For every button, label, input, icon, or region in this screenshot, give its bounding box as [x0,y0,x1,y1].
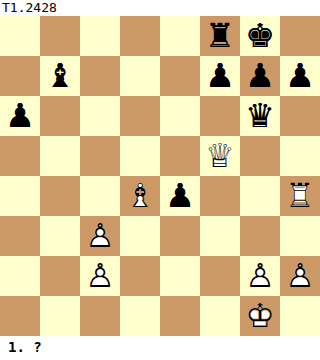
black-king-outline-glyph: ♔ [240,16,280,56]
square-a7[interactable] [0,56,40,96]
white-pawn-outline-glyph: ♙ [280,256,320,296]
square-d7[interactable] [120,56,160,96]
square-a4[interactable] [0,176,40,216]
black-queen-piece: ♛♕ [240,96,280,136]
square-g6[interactable]: ♛♕ [240,96,280,136]
white-pawn-outline-glyph: ♙ [240,256,280,296]
white-pawn-outline-glyph: ♙ [80,256,120,296]
square-h6[interactable] [280,96,320,136]
square-e6[interactable] [160,96,200,136]
white-queen-piece: ♛♕ [200,136,240,176]
square-b5[interactable] [40,136,80,176]
white-pawn-outline-glyph: ♙ [80,216,120,256]
square-c8[interactable] [80,16,120,56]
square-b4[interactable] [40,176,80,216]
square-a1[interactable] [0,296,40,336]
square-b8[interactable] [40,16,80,56]
black-pawn-piece: ♟♙ [0,96,40,136]
puzzle-title: T1.2428 [2,0,57,16]
black-pawn-piece: ♟♙ [280,56,320,96]
square-f5[interactable]: ♛♕ [200,136,240,176]
square-g2[interactable]: ♟♙ [240,256,280,296]
black-pawn-outline-glyph: ♙ [0,96,40,136]
square-d1[interactable] [120,296,160,336]
square-c4[interactable] [80,176,120,216]
black-pawn-outline-glyph: ♙ [280,56,320,96]
square-c5[interactable] [80,136,120,176]
square-h4[interactable]: ♜♖ [280,176,320,216]
square-e8[interactable] [160,16,200,56]
white-bishop-outline-glyph: ♗ [120,176,160,216]
square-g3[interactable] [240,216,280,256]
black-rook-piece: ♜♖ [200,16,240,56]
square-g4[interactable] [240,176,280,216]
square-e7[interactable] [160,56,200,96]
chess-puzzle-window: T1.2428 ♜♖♚♔♝♗♟♙♟♙♟♙♟♙♛♕♛♕♝♗♟♙♜♖♟♙♟♙♟♙♟♙… [0,0,320,360]
square-d8[interactable] [120,16,160,56]
black-bishop-piece: ♝♗ [40,56,80,96]
square-a5[interactable] [0,136,40,176]
square-b6[interactable] [40,96,80,136]
square-f7[interactable]: ♟♙ [200,56,240,96]
square-h7[interactable]: ♟♙ [280,56,320,96]
white-rook-outline-glyph: ♖ [280,176,320,216]
square-c6[interactable] [80,96,120,136]
square-h1[interactable] [280,296,320,336]
square-f3[interactable] [200,216,240,256]
square-h5[interactable] [280,136,320,176]
square-d3[interactable] [120,216,160,256]
black-king-piece: ♚♔ [240,16,280,56]
square-f2[interactable] [200,256,240,296]
square-e1[interactable] [160,296,200,336]
square-e4[interactable]: ♟♙ [160,176,200,216]
square-a6[interactable]: ♟♙ [0,96,40,136]
square-h8[interactable] [280,16,320,56]
square-d5[interactable] [120,136,160,176]
black-pawn-outline-glyph: ♙ [200,56,240,96]
black-pawn-outline-glyph: ♙ [160,176,200,216]
square-f1[interactable] [200,296,240,336]
square-g1[interactable]: ♚♔ [240,296,280,336]
square-d6[interactable] [120,96,160,136]
square-f6[interactable] [200,96,240,136]
move-prompt: 1. ? [8,336,42,360]
black-queen-outline-glyph: ♕ [240,96,280,136]
square-f8[interactable]: ♜♖ [200,16,240,56]
square-g7[interactable]: ♟♙ [240,56,280,96]
white-pawn-piece: ♟♙ [240,256,280,296]
square-h3[interactable] [280,216,320,256]
square-b1[interactable] [40,296,80,336]
square-h2[interactable]: ♟♙ [280,256,320,296]
square-b2[interactable] [40,256,80,296]
white-bishop-piece: ♝♗ [120,176,160,216]
square-e3[interactable] [160,216,200,256]
square-g5[interactable] [240,136,280,176]
black-pawn-piece: ♟♙ [160,176,200,216]
square-d2[interactable] [120,256,160,296]
white-rook-piece: ♜♖ [280,176,320,216]
white-king-outline-glyph: ♔ [240,296,280,336]
chess-board: ♜♖♚♔♝♗♟♙♟♙♟♙♟♙♛♕♛♕♝♗♟♙♜♖♟♙♟♙♟♙♟♙♚♔ [0,16,320,336]
square-c3[interactable]: ♟♙ [80,216,120,256]
square-c2[interactable]: ♟♙ [80,256,120,296]
black-bishop-outline-glyph: ♗ [40,56,80,96]
square-f4[interactable] [200,176,240,216]
black-rook-outline-glyph: ♖ [200,16,240,56]
black-pawn-outline-glyph: ♙ [240,56,280,96]
white-pawn-piece: ♟♙ [280,256,320,296]
square-a3[interactable] [0,216,40,256]
white-queen-outline-glyph: ♕ [200,136,240,176]
square-b3[interactable] [40,216,80,256]
square-e2[interactable] [160,256,200,296]
white-king-piece: ♚♔ [240,296,280,336]
square-c7[interactable] [80,56,120,96]
square-e5[interactable] [160,136,200,176]
white-pawn-piece: ♟♙ [80,216,120,256]
square-a2[interactable] [0,256,40,296]
square-a8[interactable] [0,16,40,56]
black-pawn-piece: ♟♙ [240,56,280,96]
square-c1[interactable] [80,296,120,336]
square-b7[interactable]: ♝♗ [40,56,80,96]
black-pawn-piece: ♟♙ [200,56,240,96]
square-d4[interactable]: ♝♗ [120,176,160,216]
white-pawn-piece: ♟♙ [80,256,120,296]
square-g8[interactable]: ♚♔ [240,16,280,56]
